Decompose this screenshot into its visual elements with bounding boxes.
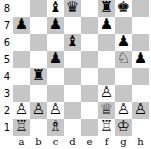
- square-a7[interactable]: ♟: [13, 17, 30, 34]
- square-c5[interactable]: ♟: [47, 51, 64, 68]
- square-b7[interactable]: [30, 17, 47, 34]
- square-h5[interactable]: ♟: [132, 51, 149, 68]
- square-a5[interactable]: [13, 51, 30, 68]
- square-f5[interactable]: [98, 51, 115, 68]
- square-d2[interactable]: [64, 102, 81, 119]
- square-e7[interactable]: [81, 17, 98, 34]
- square-c7[interactable]: ♟: [47, 17, 64, 34]
- square-e5[interactable]: [81, 51, 98, 68]
- square-b1[interactable]: [30, 119, 47, 136]
- file-label-g: g: [115, 136, 132, 149]
- square-g8[interactable]: ♚: [115, 0, 132, 17]
- rank-label-7: 7: [0, 17, 13, 34]
- white-pawn: ♙: [15, 101, 28, 118]
- file-label-d: d: [64, 136, 81, 149]
- white-knight: ♘: [117, 50, 130, 67]
- rank-label-8: 8: [0, 0, 13, 17]
- file-label-a: a: [13, 136, 30, 149]
- rank-label-3: 3: [0, 85, 13, 102]
- white-pawn: ♙: [32, 101, 45, 118]
- square-e4[interactable]: [81, 68, 98, 85]
- square-a6[interactable]: [13, 34, 30, 51]
- square-h1[interactable]: [132, 119, 149, 136]
- white-pawn: ♙: [49, 101, 62, 118]
- square-e1[interactable]: [81, 119, 98, 136]
- square-b4[interactable]: ♜: [30, 68, 47, 85]
- file-label-h: h: [132, 136, 149, 149]
- square-h2[interactable]: ♙: [132, 102, 149, 119]
- white-rook: ♖: [15, 118, 28, 135]
- rank-label-1: 1: [0, 119, 13, 136]
- file-label-b: b: [30, 136, 47, 149]
- square-h7[interactable]: [132, 17, 149, 34]
- square-d5[interactable]: [64, 51, 81, 68]
- square-f6[interactable]: [98, 34, 115, 51]
- black-rook: ♜: [32, 67, 45, 84]
- square-c4[interactable]: [47, 68, 64, 85]
- square-d8[interactable]: ♛: [64, 0, 81, 17]
- square-e2[interactable]: [81, 102, 98, 119]
- file-label-c: c: [47, 136, 64, 149]
- square-b2[interactable]: ♙: [30, 102, 47, 119]
- rank-label-5: 5: [0, 51, 13, 68]
- square-f1[interactable]: ♖: [98, 119, 115, 136]
- square-g1[interactable]: ♔: [115, 119, 132, 136]
- file-label-f: f: [98, 136, 115, 149]
- square-d1[interactable]: [64, 119, 81, 136]
- black-rook: ♜: [100, 0, 113, 16]
- square-d6[interactable]: ♝: [64, 34, 81, 51]
- square-d3[interactable]: [64, 85, 81, 102]
- black-queen: ♛: [66, 0, 79, 16]
- square-b6[interactable]: [30, 34, 47, 51]
- white-pawn: ♙: [100, 84, 113, 101]
- square-e8[interactable]: [81, 0, 98, 17]
- white-rook: ♖: [100, 118, 113, 135]
- square-b8[interactable]: [30, 0, 47, 17]
- rank-label-2: 2: [0, 102, 13, 119]
- file-labels: abcdefgh: [13, 136, 149, 149]
- file-label-e: e: [81, 136, 98, 149]
- black-pawn: ♟: [49, 16, 62, 33]
- rank-label-4: 4: [0, 68, 13, 85]
- rank-labels: 87654321: [0, 0, 13, 136]
- white-pawn: ♙: [134, 101, 147, 118]
- chess-board[interactable]: ♝♛♜♚♟♟♟♝♟♟♘♟♜♙♙♙♙♕♙♙♖♗♖♔: [13, 0, 149, 136]
- white-bishop: ♗: [49, 118, 62, 135]
- square-e6[interactable]: [81, 34, 98, 51]
- square-g5[interactable]: ♘: [115, 51, 132, 68]
- black-king: ♚: [117, 0, 130, 16]
- black-pawn: ♟: [117, 33, 130, 50]
- square-e3[interactable]: [81, 85, 98, 102]
- square-h8[interactable]: [132, 0, 149, 17]
- black-bishop: ♝: [49, 0, 62, 16]
- black-pawn: ♟: [100, 16, 113, 33]
- square-a4[interactable]: [13, 68, 30, 85]
- chess-diagram: 87654321 ♝♛♜♚♟♟♟♝♟♟♘♟♜♙♙♙♙♕♙♙♖♗♖♔ abcdef…: [0, 0, 151, 149]
- white-queen: ♕: [100, 101, 113, 118]
- square-a1[interactable]: ♖: [13, 119, 30, 136]
- square-g4[interactable]: [115, 68, 132, 85]
- black-pawn: ♟: [134, 50, 147, 67]
- white-king: ♔: [117, 118, 130, 135]
- black-pawn: ♟: [15, 16, 28, 33]
- black-bishop: ♝: [66, 33, 79, 50]
- square-c1[interactable]: ♗: [47, 119, 64, 136]
- square-f7[interactable]: ♟: [98, 17, 115, 34]
- square-h4[interactable]: [132, 68, 149, 85]
- square-d4[interactable]: [64, 68, 81, 85]
- white-pawn: ♙: [117, 101, 130, 118]
- black-pawn: ♟: [49, 50, 62, 67]
- rank-label-6: 6: [0, 34, 13, 51]
